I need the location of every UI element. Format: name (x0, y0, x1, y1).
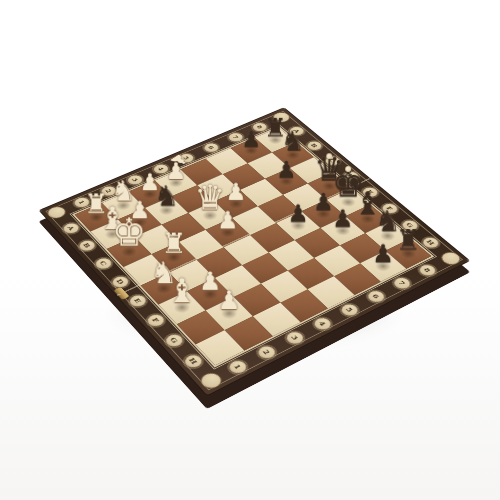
coordinate-medallion-2: 2 (255, 344, 278, 361)
piece-contact-shadow (126, 213, 154, 231)
coordinate-medallion-5: 5 (339, 302, 361, 318)
square-c1[interactable]: ♚ (107, 237, 152, 267)
piece-bN-g8: ♞ (360, 207, 416, 236)
piece-contact-shadow (273, 173, 300, 190)
coordinate-medallion-B: B (305, 139, 324, 151)
coordinate-medallion-B: B (77, 238, 98, 252)
coordinate-medallion-3: 3 (125, 173, 145, 186)
piece-contact-shadow (196, 206, 224, 224)
chessboard: ♜♞♛♚♝♞♜♟♟♟♟♟♟♟♟♛♟♟♞♞♟♜♟♟♜♝♚♞♝ ABCDEFGH A… (40, 108, 469, 395)
coordinate-medallion-7: 7 (226, 131, 245, 143)
coordinate-medallion-8: 8 (250, 121, 269, 132)
coordinate-medallion-5: 5 (177, 152, 196, 164)
coordinate-medallion-2: 2 (99, 184, 119, 197)
coordinate-medallion-1: 1 (226, 358, 249, 375)
piece-contact-shadow (115, 242, 144, 261)
piece-contact-shadow (195, 284, 225, 305)
coordinate-medallion-C: C (93, 256, 114, 270)
coordinate-medallion-4: 4 (311, 315, 334, 331)
piece-contact-shadow (368, 256, 398, 276)
coordinate-medallion-H: H (182, 352, 205, 369)
square-b1[interactable]: ♝ (91, 220, 135, 249)
piece-contact-shadow (394, 244, 423, 263)
piece-contact-shadow (262, 132, 288, 148)
piece-contact-shadow (110, 197, 138, 215)
coordinate-medallion-A: A (287, 125, 306, 137)
coordinate-medallion-6: 6 (202, 141, 221, 153)
board-frame: ♜♞♛♚♝♞♜♟♟♟♟♟♟♟♟♛♟♟♞♞♟♜♟♟♜♝♚♞♝ ABCDEFGH A… (40, 108, 469, 395)
piece-contact-shadow (353, 210, 381, 228)
finial-ball (326, 153, 332, 159)
chess-set-photo: ♜♞♛♚♝♞♜♟♟♟♟♟♟♟♟♛♟♟♞♞♟♜♟♟♜♝♚♞♝ ABCDEFGH A… (0, 0, 500, 500)
coordinate-medallion-6: 6 (365, 288, 387, 303)
corner-rosette (439, 250, 464, 266)
coordinate-medallion-G: G (400, 218, 421, 232)
piece-contact-shadow (149, 278, 179, 299)
square-f6[interactable] (295, 228, 340, 258)
coordinate-medallion-8: 8 (417, 263, 439, 278)
piece-contact-shadow (279, 147, 306, 163)
corner-rosette (271, 111, 292, 124)
piece-contact-shadow (284, 216, 312, 235)
coordinate-medallion-A: A (61, 221, 81, 235)
square-e5[interactable] (250, 223, 295, 253)
piece-contact-shadow (214, 303, 244, 324)
piece-contact-shadow (238, 142, 265, 158)
coordinate-medallion-7: 7 (391, 275, 413, 290)
coordinate-medallion-F: F (380, 202, 401, 215)
corner-rosette (45, 205, 68, 220)
coordinate-medallion-E: E (360, 185, 380, 198)
coordinate-medallion-D: D (341, 170, 361, 183)
coordinate-medallion-3: 3 (284, 329, 307, 345)
piece-contact-shadow (167, 297, 197, 318)
coordinate-medallion-E: E (127, 293, 149, 308)
finial-ball (345, 166, 351, 172)
coordinate-medallion-F: F (145, 312, 167, 328)
piece-contact-shadow (309, 205, 337, 223)
piece-contact-shadow (373, 226, 402, 245)
piece-contact-shadow (334, 193, 362, 211)
coordinate-medallion-H: H (420, 235, 441, 249)
piece-contact-shadow (328, 221, 357, 240)
coordinate-medallion-4: 4 (151, 162, 171, 174)
corner-rosette (198, 371, 224, 391)
coordinate-medallion-1: 1 (72, 196, 92, 209)
piece-contact-shadow (222, 195, 250, 213)
coordinate-medallion-G: G (163, 332, 186, 348)
piece-contact-shadow (82, 208, 110, 226)
piece-contact-shadow (153, 201, 181, 219)
coordinate-medallion-C: C (323, 154, 343, 166)
